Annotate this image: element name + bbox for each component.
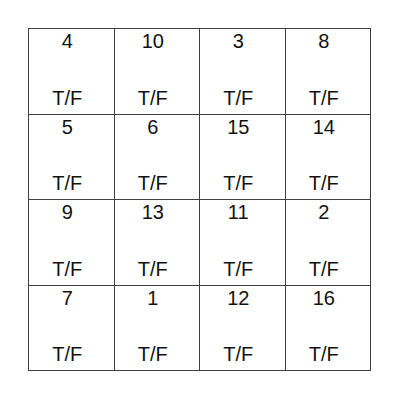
cell-r3c4[interactable]: 2T/F	[286, 200, 372, 286]
cell-number: 12	[227, 288, 249, 308]
cell-r2c1[interactable]: 5T/F	[29, 115, 115, 201]
cell-r1c3[interactable]: 3T/F	[200, 29, 286, 115]
cell-number: 11	[228, 202, 249, 222]
cell-r2c4[interactable]: 14T/F	[286, 115, 372, 201]
cell-number: 13	[142, 202, 164, 222]
true-false-label: T/F	[223, 173, 253, 193]
cell-number: 4	[62, 31, 73, 51]
cell-r1c1[interactable]: 4T/F	[29, 29, 115, 115]
cell-r3c1[interactable]: 9T/F	[29, 200, 115, 286]
cell-number: 6	[147, 117, 158, 137]
cell-r4c2[interactable]: 1T/F	[115, 286, 201, 372]
true-false-label: T/F	[52, 173, 82, 193]
cell-number: 16	[313, 288, 335, 308]
true-false-label: T/F	[309, 259, 339, 279]
cell-number: 14	[313, 117, 335, 137]
cell-number: 2	[318, 202, 329, 222]
cell-r3c2[interactable]: 13T/F	[115, 200, 201, 286]
cell-r1c4[interactable]: 8T/F	[286, 29, 372, 115]
cell-number: 1	[147, 288, 158, 308]
cell-r3c3[interactable]: 11T/F	[200, 200, 286, 286]
true-false-label: T/F	[309, 173, 339, 193]
true-false-label: T/F	[309, 344, 339, 364]
cell-number: 8	[318, 31, 329, 51]
true-false-label: T/F	[138, 344, 168, 364]
true-false-label: T/F	[52, 344, 82, 364]
cell-r4c4[interactable]: 16T/F	[286, 286, 372, 372]
true-false-label: T/F	[309, 88, 339, 108]
true-false-label: T/F	[52, 88, 82, 108]
true-false-label: T/F	[223, 88, 253, 108]
cell-r4c3[interactable]: 12T/F	[200, 286, 286, 372]
cell-r2c2[interactable]: 6T/F	[115, 115, 201, 201]
true-false-label: T/F	[223, 344, 253, 364]
cell-number: 15	[227, 117, 249, 137]
cell-r2c3[interactable]: 15T/F	[200, 115, 286, 201]
cell-number: 3	[233, 31, 244, 51]
cell-number: 9	[62, 202, 73, 222]
cell-r4c1[interactable]: 7T/F	[29, 286, 115, 372]
true-false-label: T/F	[138, 88, 168, 108]
cell-number: 5	[62, 117, 73, 137]
true-false-label: T/F	[52, 259, 82, 279]
true-false-label: T/F	[138, 173, 168, 193]
tf-quiz-grid: 4T/F10T/F3T/F8T/F5T/F6T/F15T/F14T/F9T/F1…	[28, 28, 371, 371]
cell-number: 7	[62, 288, 73, 308]
cell-number: 10	[142, 31, 164, 51]
true-false-label: T/F	[223, 259, 253, 279]
true-false-label: T/F	[138, 259, 168, 279]
cell-r1c2[interactable]: 10T/F	[115, 29, 201, 115]
